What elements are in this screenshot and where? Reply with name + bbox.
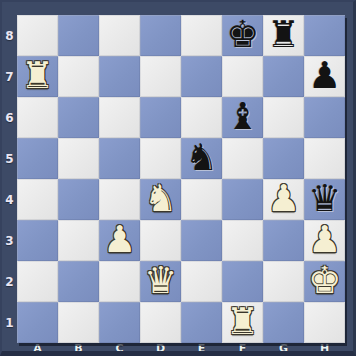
white-queen-piece[interactable]: ♛ bbox=[144, 262, 177, 299]
square-d7[interactable] bbox=[140, 56, 181, 97]
square-c6[interactable] bbox=[99, 97, 140, 138]
black-king-piece[interactable]: ♚ bbox=[226, 16, 259, 53]
square-b7[interactable] bbox=[58, 56, 99, 97]
square-g5[interactable] bbox=[263, 138, 304, 179]
square-e1[interactable] bbox=[181, 302, 222, 343]
square-e7[interactable] bbox=[181, 56, 222, 97]
square-c2[interactable] bbox=[99, 261, 140, 302]
black-bishop-piece[interactable]: ♝ bbox=[226, 98, 259, 135]
square-b8[interactable] bbox=[58, 15, 99, 56]
file-label-a: A bbox=[17, 343, 58, 356]
square-f1[interactable]: ♜ bbox=[222, 302, 263, 343]
square-e3[interactable] bbox=[181, 220, 222, 261]
square-c8[interactable] bbox=[99, 15, 140, 56]
square-c1[interactable] bbox=[99, 302, 140, 343]
black-pawn-piece[interactable]: ♟ bbox=[308, 57, 341, 94]
square-c4[interactable] bbox=[99, 179, 140, 220]
square-a1[interactable] bbox=[17, 302, 58, 343]
square-c7[interactable] bbox=[99, 56, 140, 97]
white-pawn-piece[interactable]: ♟ bbox=[308, 221, 341, 258]
black-knight-piece[interactable]: ♞ bbox=[185, 139, 218, 176]
black-queen-piece[interactable]: ♛ bbox=[308, 180, 341, 217]
white-pawn-piece[interactable]: ♟ bbox=[103, 221, 136, 258]
square-f6[interactable]: ♝ bbox=[222, 97, 263, 138]
square-a5[interactable] bbox=[17, 138, 58, 179]
square-h4[interactable]: ♛ bbox=[304, 179, 345, 220]
square-e2[interactable] bbox=[181, 261, 222, 302]
square-h5[interactable] bbox=[304, 138, 345, 179]
square-g2[interactable] bbox=[263, 261, 304, 302]
square-f7[interactable] bbox=[222, 56, 263, 97]
square-g1[interactable] bbox=[263, 302, 304, 343]
square-f3[interactable] bbox=[222, 220, 263, 261]
square-b1[interactable] bbox=[58, 302, 99, 343]
square-f2[interactable] bbox=[222, 261, 263, 302]
rank-label-5: 5 bbox=[2, 138, 17, 179]
square-d3[interactable] bbox=[140, 220, 181, 261]
square-b5[interactable] bbox=[58, 138, 99, 179]
square-c5[interactable] bbox=[99, 138, 140, 179]
square-b3[interactable] bbox=[58, 220, 99, 261]
square-b2[interactable] bbox=[58, 261, 99, 302]
chess-board-widget: 87654321 ABCDEFGH ♚♜♜♟♝♞♞♟♛♟♟♛♚♜ bbox=[0, 0, 356, 356]
square-h3[interactable]: ♟ bbox=[304, 220, 345, 261]
white-pawn-piece[interactable]: ♟ bbox=[267, 180, 300, 217]
rank-label-1: 1 bbox=[2, 302, 17, 343]
square-a7[interactable]: ♜ bbox=[17, 56, 58, 97]
chess-board: ♚♜♜♟♝♞♞♟♛♟♟♛♚♜ bbox=[17, 15, 345, 343]
square-h8[interactable] bbox=[304, 15, 345, 56]
white-knight-piece[interactable]: ♞ bbox=[144, 180, 177, 217]
rank-label-2: 2 bbox=[2, 261, 17, 302]
file-labels: ABCDEFGH bbox=[17, 343, 345, 356]
square-g6[interactable] bbox=[263, 97, 304, 138]
file-label-f: F bbox=[222, 343, 263, 356]
square-c3[interactable]: ♟ bbox=[99, 220, 140, 261]
square-b6[interactable] bbox=[58, 97, 99, 138]
square-f8[interactable]: ♚ bbox=[222, 15, 263, 56]
black-rook-piece[interactable]: ♜ bbox=[267, 16, 300, 53]
rank-label-3: 3 bbox=[2, 220, 17, 261]
rank-label-6: 6 bbox=[2, 97, 17, 138]
white-rook-piece[interactable]: ♜ bbox=[226, 303, 259, 340]
square-h7[interactable]: ♟ bbox=[304, 56, 345, 97]
square-e4[interactable] bbox=[181, 179, 222, 220]
square-a2[interactable] bbox=[17, 261, 58, 302]
square-f4[interactable] bbox=[222, 179, 263, 220]
file-label-b: B bbox=[58, 343, 99, 356]
file-label-g: G bbox=[263, 343, 304, 356]
square-d2[interactable]: ♛ bbox=[140, 261, 181, 302]
rank-label-4: 4 bbox=[2, 179, 17, 220]
rank-label-7: 7 bbox=[2, 56, 17, 97]
rank-labels: 87654321 bbox=[2, 15, 17, 343]
square-d1[interactable] bbox=[140, 302, 181, 343]
square-f5[interactable] bbox=[222, 138, 263, 179]
rank-label-8: 8 bbox=[2, 15, 17, 56]
square-g4[interactable]: ♟ bbox=[263, 179, 304, 220]
file-label-d: D bbox=[140, 343, 181, 356]
square-g3[interactable] bbox=[263, 220, 304, 261]
square-d4[interactable]: ♞ bbox=[140, 179, 181, 220]
square-e8[interactable] bbox=[181, 15, 222, 56]
square-a3[interactable] bbox=[17, 220, 58, 261]
square-g7[interactable] bbox=[263, 56, 304, 97]
square-h1[interactable] bbox=[304, 302, 345, 343]
square-e6[interactable] bbox=[181, 97, 222, 138]
square-d5[interactable] bbox=[140, 138, 181, 179]
square-g8[interactable]: ♜ bbox=[263, 15, 304, 56]
file-label-e: E bbox=[181, 343, 222, 356]
square-a6[interactable] bbox=[17, 97, 58, 138]
square-d8[interactable] bbox=[140, 15, 181, 56]
file-label-c: C bbox=[99, 343, 140, 356]
white-king-piece[interactable]: ♚ bbox=[308, 262, 341, 299]
square-h6[interactable] bbox=[304, 97, 345, 138]
square-h2[interactable]: ♚ bbox=[304, 261, 345, 302]
square-a8[interactable] bbox=[17, 15, 58, 56]
file-label-h: H bbox=[304, 343, 345, 356]
square-a4[interactable] bbox=[17, 179, 58, 220]
square-e5[interactable]: ♞ bbox=[181, 138, 222, 179]
white-rook-piece[interactable]: ♜ bbox=[21, 57, 54, 94]
square-d6[interactable] bbox=[140, 97, 181, 138]
square-b4[interactable] bbox=[58, 179, 99, 220]
